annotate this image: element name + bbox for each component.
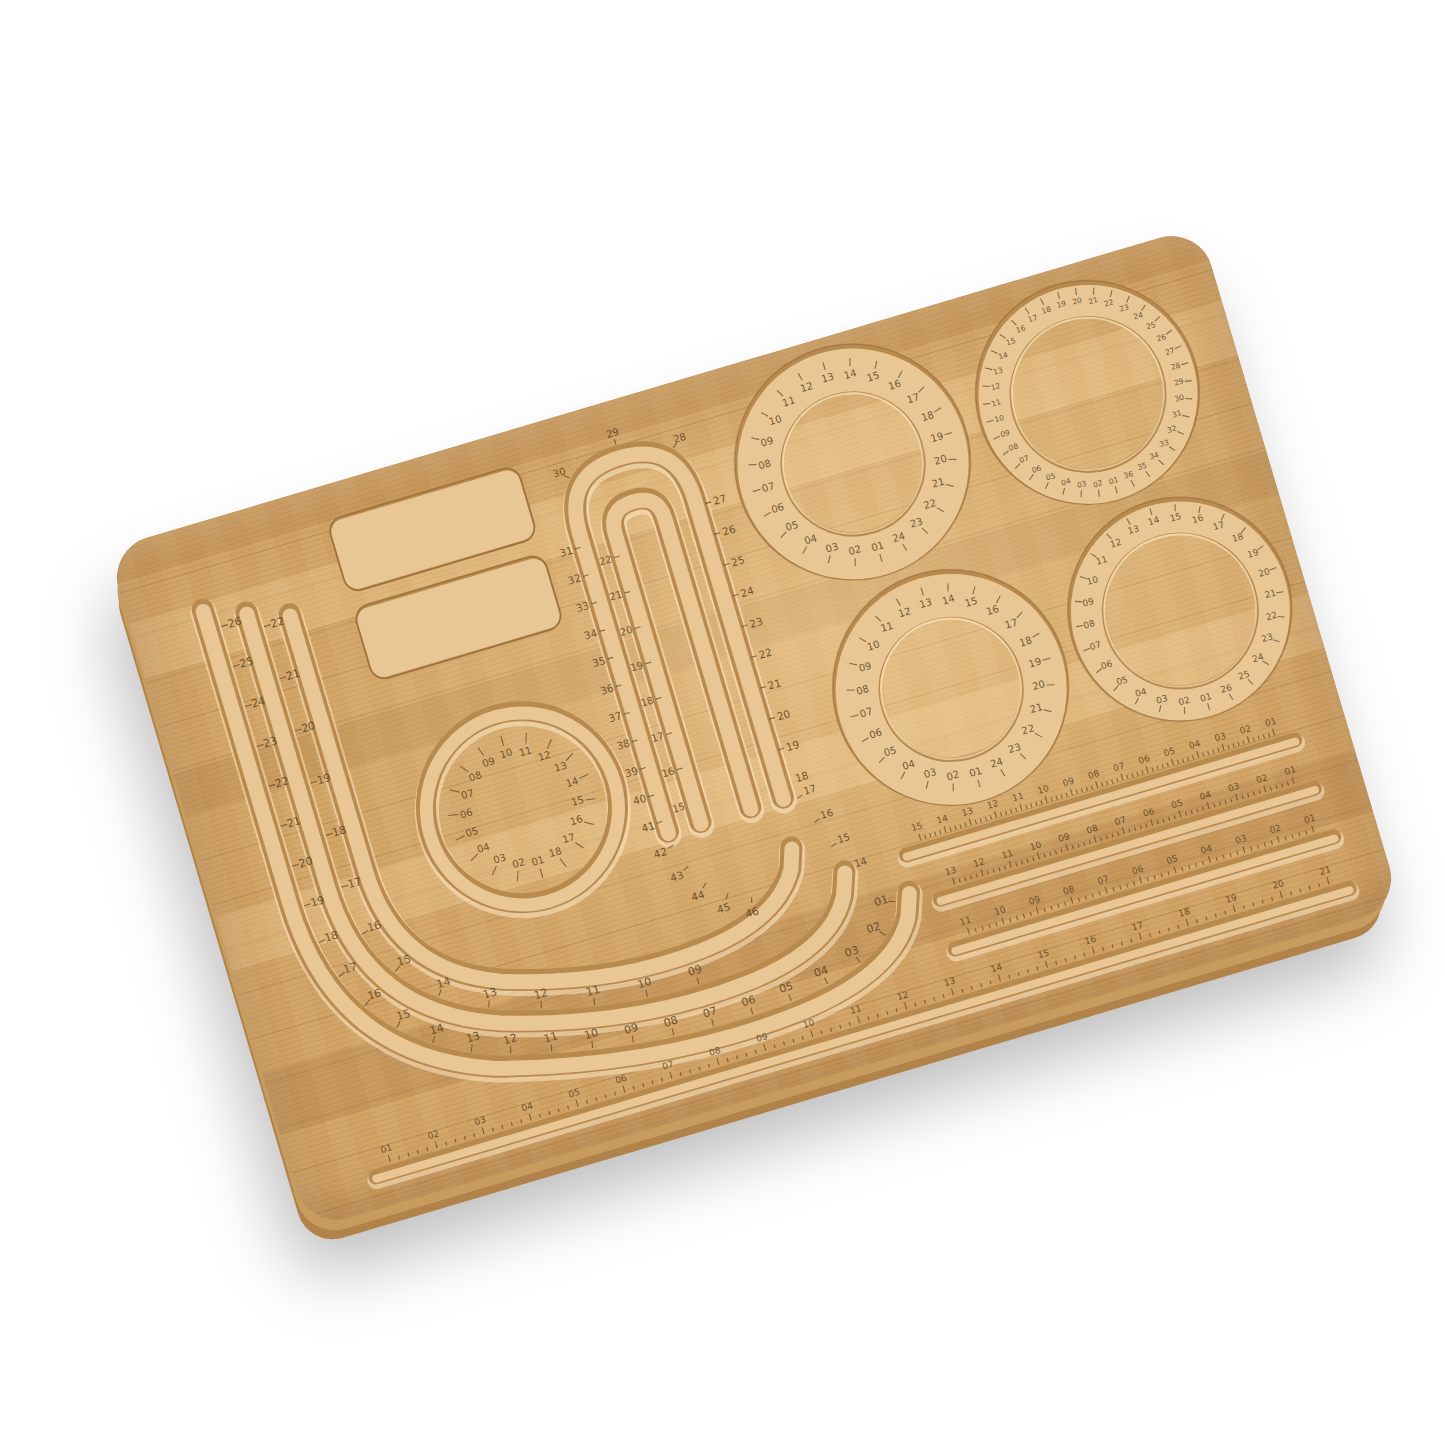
svg-text:16: 16 <box>1083 934 1097 947</box>
svg-text:11: 11 <box>959 914 973 927</box>
board-engravings: 2625242322212019181716151413121110090807… <box>107 226 1402 1231</box>
svg-text:01: 01 <box>1303 812 1317 825</box>
svg-text:17: 17 <box>561 831 576 845</box>
svg-text:39: 39 <box>623 764 639 779</box>
svg-text:05: 05 <box>1165 853 1179 866</box>
svg-text:03: 03 <box>1213 731 1227 744</box>
svg-text:18: 18 <box>794 769 810 784</box>
svg-text:38: 38 <box>615 737 631 752</box>
svg-text:06: 06 <box>614 1073 628 1086</box>
svg-text:20: 20 <box>619 624 634 638</box>
svg-text:37: 37 <box>607 709 623 724</box>
svg-text:04: 04 <box>1200 843 1214 856</box>
svg-text:05: 05 <box>778 980 795 996</box>
svg-text:21: 21 <box>1318 864 1332 877</box>
svg-text:11: 11 <box>1011 790 1025 803</box>
svg-text:09: 09 <box>1061 775 1075 788</box>
svg-text:19: 19 <box>1224 892 1238 905</box>
svg-text:20: 20 <box>775 707 791 722</box>
product-photo: 2625242322212019181716151413121110090807… <box>0 0 1445 1445</box>
svg-text:07: 07 <box>1096 874 1110 887</box>
svg-text:17: 17 <box>802 783 817 797</box>
svg-text:03: 03 <box>473 1115 487 1128</box>
svg-text:11: 11 <box>1000 848 1014 861</box>
svg-text:03: 03 <box>1227 781 1241 794</box>
svg-text:06: 06 <box>459 806 474 820</box>
svg-text:04: 04 <box>476 841 491 855</box>
svg-text:29: 29 <box>605 426 620 440</box>
svg-text:09: 09 <box>1057 831 1071 844</box>
svg-text:25: 25 <box>730 553 746 568</box>
svg-text:08: 08 <box>1087 768 1101 781</box>
svg-text:07: 07 <box>1114 814 1128 827</box>
svg-text:02: 02 <box>426 1128 440 1141</box>
svg-text:13: 13 <box>943 975 957 988</box>
svg-text:04: 04 <box>520 1101 534 1114</box>
svg-text:03: 03 <box>843 943 860 959</box>
svg-text:03: 03 <box>1234 833 1248 846</box>
svg-text:24: 24 <box>739 584 756 599</box>
svg-text:01: 01 <box>873 893 890 909</box>
svg-text:16: 16 <box>819 807 834 821</box>
svg-text:09: 09 <box>481 755 496 769</box>
svg-text:16: 16 <box>660 765 675 779</box>
svg-text:10: 10 <box>993 904 1007 917</box>
svg-text:18: 18 <box>548 845 563 859</box>
svg-text:16: 16 <box>569 813 584 827</box>
svg-text:13: 13 <box>944 865 958 878</box>
svg-text:14: 14 <box>990 962 1004 975</box>
svg-text:14: 14 <box>564 775 579 789</box>
svg-text:35: 35 <box>591 654 607 669</box>
svg-text:11: 11 <box>518 744 533 758</box>
svg-text:13: 13 <box>553 759 568 773</box>
svg-text:41: 41 <box>640 819 656 834</box>
svg-text:10: 10 <box>1029 839 1043 852</box>
svg-text:07: 07 <box>661 1059 675 1072</box>
svg-text:21: 21 <box>766 676 782 691</box>
svg-text:18: 18 <box>639 695 654 709</box>
svg-text:31: 31 <box>558 544 574 559</box>
svg-text:44: 44 <box>690 888 707 903</box>
svg-text:30: 30 <box>552 466 567 480</box>
bead-design-board: 2625242322212019181716151413121110090807… <box>107 226 1402 1231</box>
svg-text:15: 15 <box>836 831 851 845</box>
svg-text:12: 12 <box>537 749 552 763</box>
svg-text:22: 22 <box>757 646 773 661</box>
svg-text:02: 02 <box>1255 772 1269 785</box>
svg-text:05: 05 <box>1163 746 1177 759</box>
svg-text:19: 19 <box>784 738 800 753</box>
svg-text:04: 04 <box>1188 738 1202 751</box>
svg-text:32: 32 <box>566 571 582 586</box>
svg-text:12: 12 <box>986 798 1000 811</box>
svg-text:19: 19 <box>629 659 644 673</box>
svg-text:09: 09 <box>1027 894 1041 907</box>
svg-text:45: 45 <box>715 900 731 915</box>
svg-text:06: 06 <box>1137 753 1151 766</box>
svg-text:05: 05 <box>1170 798 1184 811</box>
svg-text:15: 15 <box>671 801 686 815</box>
svg-text:02: 02 <box>511 856 526 870</box>
svg-text:01: 01 <box>530 854 545 868</box>
svg-text:15: 15 <box>1037 948 1051 961</box>
svg-text:03: 03 <box>492 851 507 865</box>
svg-text:05: 05 <box>567 1087 581 1100</box>
svg-text:22: 22 <box>598 553 613 567</box>
svg-text:27: 27 <box>712 492 728 507</box>
svg-text:08: 08 <box>468 769 483 783</box>
svg-text:07: 07 <box>460 787 475 801</box>
svg-text:26: 26 <box>721 522 738 537</box>
svg-text:04: 04 <box>813 963 830 979</box>
svg-text:13: 13 <box>960 805 974 818</box>
svg-text:08: 08 <box>1085 823 1099 836</box>
svg-text:20: 20 <box>1271 878 1285 891</box>
svg-text:01: 01 <box>1264 716 1278 729</box>
svg-text:43: 43 <box>669 869 685 884</box>
svg-text:14: 14 <box>853 855 868 869</box>
scale-arch-tail: 17161514 <box>795 775 869 880</box>
svg-text:12: 12 <box>972 856 986 869</box>
svg-text:18: 18 <box>1177 906 1191 919</box>
svg-text:06: 06 <box>1131 863 1145 876</box>
svg-text:40: 40 <box>631 792 647 807</box>
svg-text:08: 08 <box>1062 884 1076 897</box>
svg-text:02: 02 <box>1238 723 1252 736</box>
svg-text:14: 14 <box>935 813 949 826</box>
svg-text:33: 33 <box>574 599 590 614</box>
svg-text:42: 42 <box>652 845 668 860</box>
svg-text:01: 01 <box>1283 764 1297 777</box>
svg-text:11: 11 <box>849 1003 863 1016</box>
svg-text:01: 01 <box>379 1142 393 1155</box>
svg-text:04: 04 <box>1198 789 1212 802</box>
svg-text:10: 10 <box>1036 783 1050 796</box>
bangle-recess-top-right <box>948 253 1226 531</box>
svg-text:06: 06 <box>1142 806 1156 819</box>
svg-text:23: 23 <box>748 615 764 630</box>
svg-text:28: 28 <box>672 431 687 445</box>
bangle-recess-bottom-middle <box>804 541 1097 834</box>
svg-text:10: 10 <box>498 746 513 760</box>
svg-text:15: 15 <box>910 820 924 833</box>
svg-text:15: 15 <box>570 794 585 808</box>
svg-text:02: 02 <box>1268 823 1282 836</box>
svg-text:05: 05 <box>464 825 479 839</box>
svg-text:17: 17 <box>1130 920 1144 933</box>
svg-text:21: 21 <box>608 589 623 603</box>
ring-channel-left <box>403 688 642 930</box>
bangle-recess-top-middle <box>706 315 999 608</box>
svg-text:02: 02 <box>865 920 882 936</box>
svg-text:12: 12 <box>896 989 910 1002</box>
svg-text:17: 17 <box>650 730 665 744</box>
svg-text:07: 07 <box>1112 761 1126 774</box>
